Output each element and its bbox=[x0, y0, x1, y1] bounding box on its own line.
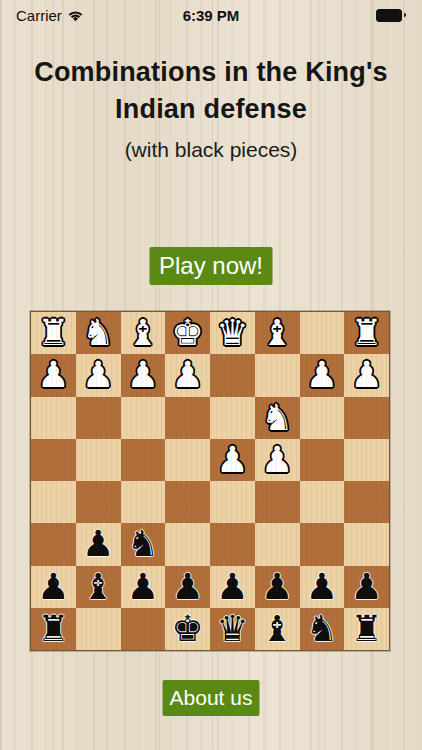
about-us-button[interactable]: About us bbox=[163, 680, 260, 716]
square-h8[interactable]: ♜ bbox=[31, 608, 76, 650]
square-f4[interactable] bbox=[121, 439, 166, 481]
square-a7[interactable]: ♟ bbox=[344, 566, 389, 608]
white-king-piece: ♚ bbox=[171, 315, 203, 351]
square-b1[interactable] bbox=[300, 312, 345, 354]
square-h5[interactable] bbox=[31, 481, 76, 523]
square-a2[interactable]: ♟ bbox=[344, 354, 389, 396]
black-knight-piece: ♞ bbox=[306, 611, 338, 647]
black-pawn-piece: ♟ bbox=[350, 569, 382, 605]
black-pawn-piece: ♟ bbox=[82, 526, 114, 562]
square-g4[interactable] bbox=[76, 439, 121, 481]
white-knight-piece: ♞ bbox=[82, 315, 114, 351]
square-g5[interactable] bbox=[76, 481, 121, 523]
square-e1[interactable]: ♚ bbox=[165, 312, 210, 354]
white-pawn-piece: ♟ bbox=[216, 442, 248, 478]
square-b5[interactable] bbox=[300, 481, 345, 523]
square-g6[interactable]: ♟ bbox=[76, 523, 121, 565]
square-g7[interactable]: ♝ bbox=[76, 566, 121, 608]
square-d5[interactable] bbox=[210, 481, 255, 523]
square-c5[interactable] bbox=[255, 481, 300, 523]
square-c1[interactable]: ♝ bbox=[255, 312, 300, 354]
square-c6[interactable] bbox=[255, 523, 300, 565]
square-a4[interactable] bbox=[344, 439, 389, 481]
black-rook-piece: ♜ bbox=[350, 611, 382, 647]
square-g2[interactable]: ♟ bbox=[76, 354, 121, 396]
chess-board: ♜♞♝♚♛♝♜♟♟♟♟♟♟♞♟♟♟♞♟♝♟♟♟♟♟♟♜♚♛♝♞♜ bbox=[30, 311, 390, 651]
white-bishop-piece: ♝ bbox=[127, 315, 159, 351]
square-a8[interactable]: ♜ bbox=[344, 608, 389, 650]
white-pawn-piece: ♟ bbox=[261, 442, 293, 478]
square-f2[interactable]: ♟ bbox=[121, 354, 166, 396]
square-d7[interactable]: ♟ bbox=[210, 566, 255, 608]
square-h1[interactable]: ♜ bbox=[31, 312, 76, 354]
black-bishop-piece: ♝ bbox=[261, 611, 293, 647]
square-h4[interactable] bbox=[31, 439, 76, 481]
square-e8[interactable]: ♚ bbox=[165, 608, 210, 650]
white-rook-piece: ♜ bbox=[350, 315, 382, 351]
white-pawn-piece: ♟ bbox=[82, 357, 114, 393]
square-d6[interactable] bbox=[210, 523, 255, 565]
square-d3[interactable] bbox=[210, 397, 255, 439]
square-f6[interactable]: ♞ bbox=[121, 523, 166, 565]
square-f1[interactable]: ♝ bbox=[121, 312, 166, 354]
black-knight-piece: ♞ bbox=[127, 526, 159, 562]
square-f8[interactable] bbox=[121, 608, 166, 650]
white-pawn-piece: ♟ bbox=[350, 357, 382, 393]
white-bishop-piece: ♝ bbox=[261, 315, 293, 351]
white-rook-piece: ♜ bbox=[37, 315, 69, 351]
square-h6[interactable] bbox=[31, 523, 76, 565]
square-e5[interactable] bbox=[165, 481, 210, 523]
black-pawn-piece: ♟ bbox=[216, 569, 248, 605]
square-d4[interactable]: ♟ bbox=[210, 439, 255, 481]
square-c4[interactable]: ♟ bbox=[255, 439, 300, 481]
square-e7[interactable]: ♟ bbox=[165, 566, 210, 608]
square-f5[interactable] bbox=[121, 481, 166, 523]
black-pawn-piece: ♟ bbox=[171, 569, 203, 605]
square-c3[interactable]: ♞ bbox=[255, 397, 300, 439]
black-rook-piece: ♜ bbox=[37, 611, 69, 647]
square-b3[interactable] bbox=[300, 397, 345, 439]
square-a1[interactable]: ♜ bbox=[344, 312, 389, 354]
square-h7[interactable]: ♟ bbox=[31, 566, 76, 608]
square-c7[interactable]: ♟ bbox=[255, 566, 300, 608]
black-pawn-piece: ♟ bbox=[127, 569, 159, 605]
wifi-icon bbox=[67, 9, 84, 22]
square-d8[interactable]: ♛ bbox=[210, 608, 255, 650]
square-b6[interactable] bbox=[300, 523, 345, 565]
square-e6[interactable] bbox=[165, 523, 210, 565]
square-c8[interactable]: ♝ bbox=[255, 608, 300, 650]
white-pawn-piece: ♟ bbox=[306, 357, 338, 393]
square-b4[interactable] bbox=[300, 439, 345, 481]
square-h3[interactable] bbox=[31, 397, 76, 439]
square-d2[interactable] bbox=[210, 354, 255, 396]
square-d1[interactable]: ♛ bbox=[210, 312, 255, 354]
page-subtitle: (with black pieces) bbox=[31, 138, 391, 162]
square-c2[interactable] bbox=[255, 354, 300, 396]
white-pawn-piece: ♟ bbox=[127, 357, 159, 393]
square-e4[interactable] bbox=[165, 439, 210, 481]
square-b7[interactable]: ♟ bbox=[300, 566, 345, 608]
black-pawn-piece: ♟ bbox=[261, 569, 293, 605]
square-g8[interactable] bbox=[76, 608, 121, 650]
square-f7[interactable]: ♟ bbox=[121, 566, 166, 608]
battery-icon bbox=[376, 9, 406, 22]
square-g1[interactable]: ♞ bbox=[76, 312, 121, 354]
black-bishop-piece: ♝ bbox=[82, 569, 114, 605]
square-a3[interactable] bbox=[344, 397, 389, 439]
status-bar: 6:39 PM Carrier bbox=[0, 0, 422, 26]
play-now-button[interactable]: Play now! bbox=[150, 247, 273, 285]
white-queen-piece: ♛ bbox=[216, 315, 248, 351]
square-b8[interactable]: ♞ bbox=[300, 608, 345, 650]
square-e2[interactable]: ♟ bbox=[165, 354, 210, 396]
square-a6[interactable] bbox=[344, 523, 389, 565]
square-a5[interactable] bbox=[344, 481, 389, 523]
black-king-piece: ♚ bbox=[171, 611, 203, 647]
square-h2[interactable]: ♟ bbox=[31, 354, 76, 396]
white-pawn-piece: ♟ bbox=[171, 357, 203, 393]
square-b2[interactable]: ♟ bbox=[300, 354, 345, 396]
square-e3[interactable] bbox=[165, 397, 210, 439]
white-pawn-piece: ♟ bbox=[37, 357, 69, 393]
square-g3[interactable] bbox=[76, 397, 121, 439]
black-pawn-piece: ♟ bbox=[306, 569, 338, 605]
black-queen-piece: ♛ bbox=[216, 611, 248, 647]
white-knight-piece: ♞ bbox=[261, 400, 293, 436]
black-pawn-piece: ♟ bbox=[37, 569, 69, 605]
page-title: Combinations in the King's Indian defens… bbox=[31, 54, 391, 128]
carrier-label: Carrier bbox=[16, 7, 62, 24]
square-f3[interactable] bbox=[121, 397, 166, 439]
